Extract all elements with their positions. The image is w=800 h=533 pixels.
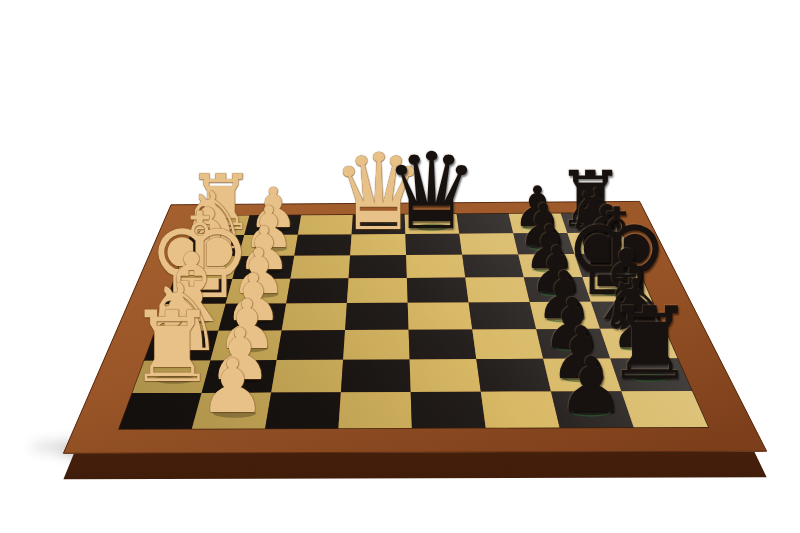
piece-shadow bbox=[254, 245, 287, 252]
piece-shadow bbox=[175, 316, 212, 324]
piece-shadow bbox=[243, 290, 279, 298]
piece-shadow bbox=[213, 409, 256, 418]
piece-shadow bbox=[192, 267, 226, 274]
piece-shadow bbox=[249, 267, 283, 274]
chess-set-photo: ♜♟♛♛♟♜♞♟♟♞♝♟♟♝♚♟♟♚♝♟♟♝♞♟♟♞♜♟♟♜♟♟ bbox=[0, 0, 800, 533]
piece-shadow bbox=[184, 290, 219, 298]
piece-shadow bbox=[207, 225, 239, 232]
piece-shadow bbox=[222, 375, 263, 384]
piece-shadow bbox=[229, 344, 268, 352]
piece-shadow bbox=[259, 225, 291, 232]
chessboard bbox=[0, 0, 800, 533]
piece-shadow bbox=[200, 245, 233, 252]
piece-shadow bbox=[237, 316, 274, 324]
piece-shadow bbox=[165, 344, 204, 352]
piece-shadow bbox=[154, 375, 195, 384]
piece-shadow bbox=[365, 224, 397, 231]
